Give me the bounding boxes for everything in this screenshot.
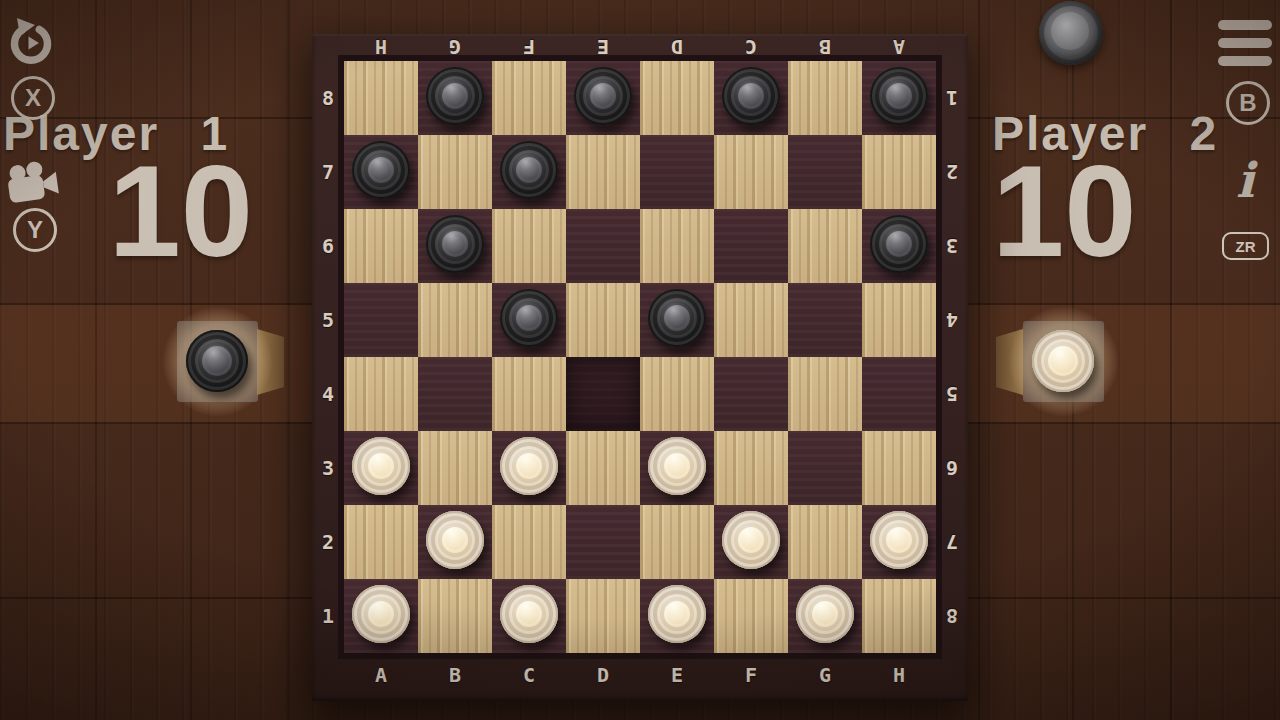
y-button[interactable]: Y xyxy=(13,208,57,252)
black-piece-c5[interactable] xyxy=(500,289,558,347)
white-piece-f2[interactable] xyxy=(722,511,780,569)
rank-label-right: 4 xyxy=(936,309,968,331)
square-d7[interactable] xyxy=(566,135,640,209)
square-c3[interactable] xyxy=(492,431,566,505)
square-a1[interactable] xyxy=(344,579,418,653)
white-piece-c3[interactable] xyxy=(500,437,558,495)
square-g1[interactable] xyxy=(788,579,862,653)
square-a7[interactable] xyxy=(344,135,418,209)
square-c7[interactable] xyxy=(492,135,566,209)
square-f3[interactable] xyxy=(714,431,788,505)
square-e3[interactable] xyxy=(640,431,714,505)
b-button-label: B xyxy=(1239,89,1256,117)
square-g6[interactable] xyxy=(788,209,862,283)
player2-color-tray xyxy=(1023,321,1104,402)
black-piece-b8[interactable] xyxy=(426,67,484,125)
undo-icon[interactable] xyxy=(8,16,54,66)
board-grid xyxy=(338,55,942,659)
file-label-bottom: B xyxy=(418,664,492,686)
square-h6[interactable] xyxy=(862,209,936,283)
rank-label-right: 6 xyxy=(936,457,968,479)
square-b4[interactable] xyxy=(418,357,492,431)
square-d5[interactable] xyxy=(566,283,640,357)
file-label-bottom: D xyxy=(566,664,640,686)
player1-tray-piece-black xyxy=(186,330,248,392)
white-piece-e1[interactable] xyxy=(648,585,706,643)
info-icon[interactable]: i xyxy=(1236,156,1254,204)
square-c5[interactable] xyxy=(492,283,566,357)
white-piece-a1[interactable] xyxy=(352,585,410,643)
square-h3[interactable] xyxy=(862,431,936,505)
player1-piece-count: 10 xyxy=(68,146,253,276)
square-e7[interactable] xyxy=(640,135,714,209)
square-f5[interactable] xyxy=(714,283,788,357)
camera-orbit-ball-icon[interactable] xyxy=(1039,1,1103,65)
file-label-top: A xyxy=(862,36,936,58)
black-piece-h8[interactable] xyxy=(870,67,928,125)
rank-label-left: 6 xyxy=(312,235,344,257)
square-f4[interactable] xyxy=(714,357,788,431)
menu-bar xyxy=(1218,20,1272,30)
square-b5[interactable] xyxy=(418,283,492,357)
square-g2[interactable] xyxy=(788,505,862,579)
square-h7[interactable] xyxy=(862,135,936,209)
square-b8[interactable] xyxy=(418,61,492,135)
square-h1[interactable] xyxy=(862,579,936,653)
square-b1[interactable] xyxy=(418,579,492,653)
file-label-top: C xyxy=(714,36,788,58)
x-button-label: X xyxy=(25,84,41,112)
file-label-bottom: H xyxy=(862,664,936,686)
file-label-bottom: G xyxy=(788,664,862,686)
square-e2[interactable] xyxy=(640,505,714,579)
rank-label-left: 4 xyxy=(312,383,344,405)
file-label-bottom: F xyxy=(714,664,788,686)
rank-label-left: 8 xyxy=(312,87,344,109)
square-d2[interactable] xyxy=(566,505,640,579)
white-piece-b2[interactable] xyxy=(426,511,484,569)
player2-piece-count: 10 xyxy=(992,146,1137,276)
square-d4[interactable] xyxy=(566,357,640,431)
file-label-top: D xyxy=(640,36,714,58)
file-label-top: E xyxy=(566,36,640,58)
wood-seam xyxy=(978,0,980,720)
square-e4[interactable] xyxy=(640,357,714,431)
rank-label-left: 1 xyxy=(312,605,344,627)
game-screen: X Player 1 Y 10 B Player 2 10 i ZR HA81G… xyxy=(0,0,1280,720)
square-g3[interactable] xyxy=(788,431,862,505)
y-button-label: Y xyxy=(27,216,43,244)
white-piece-g1[interactable] xyxy=(796,585,854,643)
camera-icon[interactable] xyxy=(5,158,61,206)
player1-color-tray xyxy=(177,321,258,402)
square-b3[interactable] xyxy=(418,431,492,505)
square-b2[interactable] xyxy=(418,505,492,579)
square-h2[interactable] xyxy=(862,505,936,579)
zr-button-label: ZR xyxy=(1236,238,1256,255)
ball-core xyxy=(1051,12,1089,50)
square-d1[interactable] xyxy=(566,579,640,653)
checkers-board: HA81GB72FC63ED54DE45CF36BG27AH18 xyxy=(312,34,968,701)
square-f2[interactable] xyxy=(714,505,788,579)
square-f8[interactable] xyxy=(714,61,788,135)
rank-label-right: 8 xyxy=(936,605,968,627)
black-piece-a7[interactable] xyxy=(352,141,410,199)
zr-button[interactable]: ZR xyxy=(1222,232,1269,260)
white-piece-h2[interactable] xyxy=(870,511,928,569)
square-g5[interactable] xyxy=(788,283,862,357)
square-g7[interactable] xyxy=(788,135,862,209)
rank-label-left: 3 xyxy=(312,457,344,479)
rank-label-left: 7 xyxy=(312,161,344,183)
menu-bar xyxy=(1218,56,1272,66)
file-label-top: G xyxy=(418,36,492,58)
square-h8[interactable] xyxy=(862,61,936,135)
square-d6[interactable] xyxy=(566,209,640,283)
file-label-top: F xyxy=(492,36,566,58)
black-piece-h6[interactable] xyxy=(870,215,928,273)
black-piece-e5[interactable] xyxy=(648,289,706,347)
square-f6[interactable] xyxy=(714,209,788,283)
black-piece-d8[interactable] xyxy=(574,67,632,125)
black-piece-f8[interactable] xyxy=(722,67,780,125)
rank-label-left: 5 xyxy=(312,309,344,331)
square-g8[interactable] xyxy=(788,61,862,135)
file-label-bottom: C xyxy=(492,664,566,686)
square-e8[interactable] xyxy=(640,61,714,135)
square-c4[interactable] xyxy=(492,357,566,431)
black-piece-b6[interactable] xyxy=(426,215,484,273)
square-c6[interactable] xyxy=(492,209,566,283)
square-a5[interactable] xyxy=(344,283,418,357)
square-g4[interactable] xyxy=(788,357,862,431)
square-h4[interactable] xyxy=(862,357,936,431)
square-e5[interactable] xyxy=(640,283,714,357)
rank-label-right: 7 xyxy=(936,531,968,553)
rank-label-right: 3 xyxy=(936,235,968,257)
square-a2[interactable] xyxy=(344,505,418,579)
menu-icon[interactable] xyxy=(1218,20,1272,74)
white-piece-a3[interactable] xyxy=(352,437,410,495)
square-e6[interactable] xyxy=(640,209,714,283)
square-c8[interactable] xyxy=(492,61,566,135)
square-d3[interactable] xyxy=(566,431,640,505)
square-e1[interactable] xyxy=(640,579,714,653)
square-b6[interactable] xyxy=(418,209,492,283)
square-c2[interactable] xyxy=(492,505,566,579)
square-a3[interactable] xyxy=(344,431,418,505)
file-label-bottom: E xyxy=(640,664,714,686)
black-piece-c7[interactable] xyxy=(500,141,558,199)
white-piece-e3[interactable] xyxy=(648,437,706,495)
square-a8[interactable] xyxy=(344,61,418,135)
square-a6[interactable] xyxy=(344,209,418,283)
square-b7[interactable] xyxy=(418,135,492,209)
square-h5[interactable] xyxy=(862,283,936,357)
file-label-top: H xyxy=(344,36,418,58)
file-label-bottom: A xyxy=(344,664,418,686)
player2-tray-piece-white xyxy=(1032,330,1094,392)
rank-label-right: 1 xyxy=(936,87,968,109)
square-f1[interactable] xyxy=(714,579,788,653)
menu-bar xyxy=(1218,38,1272,48)
rank-label-left: 2 xyxy=(312,531,344,553)
x-button[interactable]: X xyxy=(11,76,55,120)
square-f7[interactable] xyxy=(714,135,788,209)
square-d8[interactable] xyxy=(566,61,640,135)
rank-label-right: 5 xyxy=(936,383,968,405)
wood-seam xyxy=(288,0,290,720)
white-piece-c1[interactable] xyxy=(500,585,558,643)
square-c1[interactable] xyxy=(492,579,566,653)
square-a4[interactable] xyxy=(344,357,418,431)
b-button[interactable]: B xyxy=(1226,81,1270,125)
file-label-top: B xyxy=(788,36,862,58)
rank-label-right: 2 xyxy=(936,161,968,183)
